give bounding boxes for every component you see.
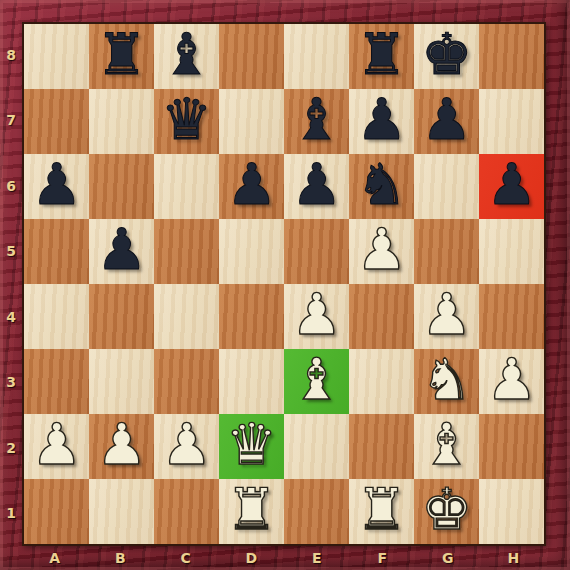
square-e2[interactable] [284, 414, 349, 479]
black-pawn-g7[interactable]: ♟ [421, 91, 472, 148]
square-a8[interactable] [24, 24, 89, 89]
square-d3[interactable] [219, 349, 284, 414]
square-g2[interactable]: ♝ [414, 414, 479, 479]
square-c6[interactable] [154, 154, 219, 219]
square-f5[interactable]: ♟ [349, 219, 414, 284]
black-pawn-h6[interactable]: ♟ [486, 156, 537, 213]
square-a1[interactable] [24, 479, 89, 544]
black-pawn-e6[interactable]: ♟ [291, 156, 342, 213]
square-a5[interactable] [24, 219, 89, 284]
file-label-c: C [153, 546, 219, 570]
square-e5[interactable] [284, 219, 349, 284]
white-bishop-g2[interactable]: ♝ [421, 416, 472, 473]
square-a7[interactable] [24, 89, 89, 154]
square-h1[interactable] [479, 479, 544, 544]
file-label-e: E [284, 546, 350, 570]
square-d5[interactable] [219, 219, 284, 284]
rank-label-5: 5 [0, 219, 22, 285]
square-d6[interactable]: ♟ [219, 154, 284, 219]
white-pawn-g4[interactable]: ♟ [421, 286, 472, 343]
square-e8[interactable] [284, 24, 349, 89]
black-pawn-d6[interactable]: ♟ [226, 156, 277, 213]
file-labels: ABCDEFGH [22, 546, 546, 570]
black-rook-b8[interactable]: ♜ [96, 26, 147, 83]
square-h8[interactable] [479, 24, 544, 89]
board-frame: 87654321 ABCDEFGH ♜♝♜♚♛♝♟♟♟♟♟♞♟♟♟♟♟♝♞♟♟♟… [0, 0, 570, 570]
square-f1[interactable]: ♜ [349, 479, 414, 544]
square-e4[interactable]: ♟ [284, 284, 349, 349]
square-h2[interactable] [479, 414, 544, 479]
file-label-g: G [415, 546, 481, 570]
square-g6[interactable] [414, 154, 479, 219]
square-b2[interactable]: ♟ [89, 414, 154, 479]
square-e3[interactable]: ♝ [284, 349, 349, 414]
white-queen-d2[interactable]: ♛ [226, 416, 277, 473]
square-g1[interactable]: ♚ [414, 479, 479, 544]
rank-labels: 87654321 [0, 22, 22, 546]
square-h6[interactable]: ♟ [479, 154, 544, 219]
square-d4[interactable] [219, 284, 284, 349]
square-g8[interactable]: ♚ [414, 24, 479, 89]
square-f2[interactable] [349, 414, 414, 479]
white-pawn-a2[interactable]: ♟ [31, 416, 82, 473]
black-pawn-f7[interactable]: ♟ [356, 91, 407, 148]
black-king-g8[interactable]: ♚ [421, 26, 472, 83]
square-c2[interactable]: ♟ [154, 414, 219, 479]
square-b1[interactable] [89, 479, 154, 544]
white-rook-d1[interactable]: ♜ [226, 481, 277, 538]
square-b3[interactable] [89, 349, 154, 414]
square-a3[interactable] [24, 349, 89, 414]
white-pawn-b2[interactable]: ♟ [96, 416, 147, 473]
rank-label-1: 1 [0, 481, 22, 547]
square-c5[interactable] [154, 219, 219, 284]
square-h3[interactable]: ♟ [479, 349, 544, 414]
white-pawn-h3[interactable]: ♟ [486, 351, 537, 408]
rank-label-6: 6 [0, 153, 22, 219]
square-f4[interactable] [349, 284, 414, 349]
square-e7[interactable]: ♝ [284, 89, 349, 154]
white-pawn-f5[interactable]: ♟ [356, 221, 407, 278]
black-pawn-a6[interactable]: ♟ [31, 156, 82, 213]
rank-label-3: 3 [0, 350, 22, 416]
white-pawn-e4[interactable]: ♟ [291, 286, 342, 343]
square-a6[interactable]: ♟ [24, 154, 89, 219]
square-d8[interactable] [219, 24, 284, 89]
square-h5[interactable] [479, 219, 544, 284]
square-c3[interactable] [154, 349, 219, 414]
square-h7[interactable] [479, 89, 544, 154]
square-e6[interactable]: ♟ [284, 154, 349, 219]
file-label-a: A [22, 546, 88, 570]
black-queen-c7[interactable]: ♛ [161, 91, 212, 148]
square-f7[interactable]: ♟ [349, 89, 414, 154]
chess-board: ♜♝♜♚♛♝♟♟♟♟♟♞♟♟♟♟♟♝♞♟♟♟♟♛♝♜♜♚ [22, 22, 546, 546]
square-c1[interactable] [154, 479, 219, 544]
white-pawn-c2[interactable]: ♟ [161, 416, 212, 473]
square-b4[interactable] [89, 284, 154, 349]
white-bishop-e3[interactable]: ♝ [291, 351, 342, 408]
square-g3[interactable]: ♞ [414, 349, 479, 414]
square-b6[interactable] [89, 154, 154, 219]
file-label-b: B [88, 546, 154, 570]
rank-label-4: 4 [0, 284, 22, 350]
square-d7[interactable] [219, 89, 284, 154]
square-b7[interactable] [89, 89, 154, 154]
file-label-h: H [481, 546, 547, 570]
square-c4[interactable] [154, 284, 219, 349]
black-rook-f8[interactable]: ♜ [356, 26, 407, 83]
square-g7[interactable]: ♟ [414, 89, 479, 154]
square-b8[interactable]: ♜ [89, 24, 154, 89]
black-knight-f6[interactable]: ♞ [356, 156, 407, 213]
square-g5[interactable] [414, 219, 479, 284]
black-bishop-e7[interactable]: ♝ [291, 91, 342, 148]
square-e1[interactable] [284, 479, 349, 544]
square-f3[interactable] [349, 349, 414, 414]
white-king-g1[interactable]: ♚ [421, 481, 472, 538]
file-label-f: F [350, 546, 416, 570]
square-d1[interactable]: ♜ [219, 479, 284, 544]
square-g4[interactable]: ♟ [414, 284, 479, 349]
rank-label-2: 2 [0, 415, 22, 481]
white-knight-g3[interactable]: ♞ [421, 351, 472, 408]
black-bishop-c8[interactable]: ♝ [161, 26, 212, 83]
square-h4[interactable] [479, 284, 544, 349]
file-label-d: D [219, 546, 285, 570]
black-pawn-b5[interactable]: ♟ [96, 221, 147, 278]
square-a4[interactable] [24, 284, 89, 349]
square-a2[interactable]: ♟ [24, 414, 89, 479]
square-c8[interactable]: ♝ [154, 24, 219, 89]
square-f8[interactable]: ♜ [349, 24, 414, 89]
white-rook-f1[interactable]: ♜ [356, 481, 407, 538]
rank-label-7: 7 [0, 88, 22, 154]
square-f6[interactable]: ♞ [349, 154, 414, 219]
rank-label-8: 8 [0, 22, 22, 88]
square-c7[interactable]: ♛ [154, 89, 219, 154]
square-d2[interactable]: ♛ [219, 414, 284, 479]
square-b5[interactable]: ♟ [89, 219, 154, 284]
